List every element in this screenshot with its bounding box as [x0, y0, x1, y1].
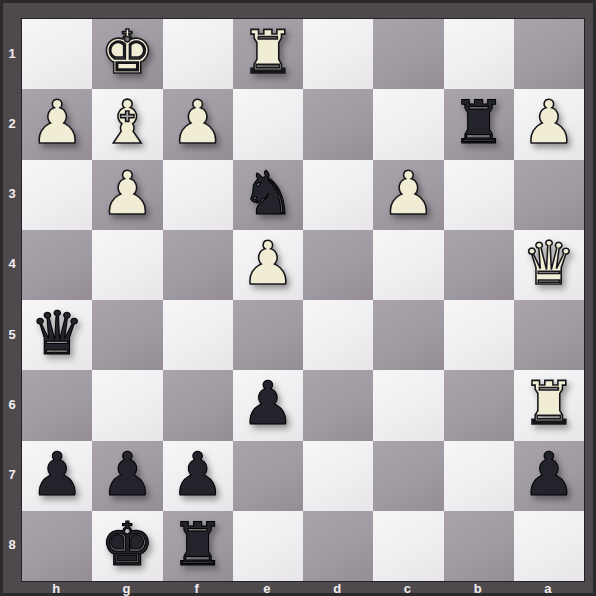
square-c1[interactable]: [373, 19, 443, 89]
rank-labels: 12345678: [3, 18, 21, 580]
black-pawn[interactable]: ♟: [522, 444, 576, 504]
black-king[interactable]: ♚: [100, 514, 154, 574]
chess-board: ♚♜♟♝♟♜♟♟♞♟♟♛♛♟♜♟♟♟♟♚♜: [21, 18, 585, 582]
square-c7[interactable]: [373, 441, 443, 511]
rank-label-7: 7: [3, 440, 21, 510]
square-f6[interactable]: [163, 370, 233, 440]
square-h2[interactable]: ♟: [22, 89, 92, 159]
black-pawn[interactable]: ♟: [171, 444, 225, 504]
file-label-d: d: [302, 580, 372, 596]
square-c6[interactable]: [373, 370, 443, 440]
square-d7[interactable]: [303, 441, 373, 511]
square-b8[interactable]: [444, 511, 514, 581]
square-g8[interactable]: ♚: [92, 511, 162, 581]
white-bishop[interactable]: ♝: [100, 92, 154, 152]
square-g7[interactable]: ♟: [92, 441, 162, 511]
rank-label-3: 3: [3, 159, 21, 229]
file-label-h: h: [21, 580, 91, 596]
square-e3[interactable]: ♞: [233, 160, 303, 230]
square-g6[interactable]: [92, 370, 162, 440]
square-a1[interactable]: [514, 19, 584, 89]
square-e1[interactable]: ♜: [233, 19, 303, 89]
rank-label-5: 5: [3, 299, 21, 369]
square-d4[interactable]: [303, 230, 373, 300]
file-label-c: c: [372, 580, 442, 596]
square-b3[interactable]: [444, 160, 514, 230]
square-b4[interactable]: [444, 230, 514, 300]
square-a4[interactable]: ♛: [514, 230, 584, 300]
square-d8[interactable]: [303, 511, 373, 581]
square-c2[interactable]: [373, 89, 443, 159]
square-e6[interactable]: ♟: [233, 370, 303, 440]
square-f7[interactable]: ♟: [163, 441, 233, 511]
square-c5[interactable]: [373, 300, 443, 370]
square-f1[interactable]: [163, 19, 233, 89]
square-b7[interactable]: [444, 441, 514, 511]
white-pawn[interactable]: ♟: [241, 233, 295, 293]
square-f2[interactable]: ♟: [163, 89, 233, 159]
square-g3[interactable]: ♟: [92, 160, 162, 230]
white-pawn[interactable]: ♟: [171, 92, 225, 152]
square-c4[interactable]: [373, 230, 443, 300]
square-g1[interactable]: ♚: [92, 19, 162, 89]
file-label-a: a: [513, 580, 583, 596]
square-h6[interactable]: [22, 370, 92, 440]
file-label-b: b: [443, 580, 513, 596]
square-a6[interactable]: ♜: [514, 370, 584, 440]
board-frame: 12345678 ♚♜♟♝♟♜♟♟♞♟♟♛♛♟♜♟♟♟♟♚♜ hgfedcba: [0, 0, 596, 596]
rank-label-6: 6: [3, 369, 21, 439]
square-e2[interactable]: [233, 89, 303, 159]
square-h7[interactable]: ♟: [22, 441, 92, 511]
rank-label-2: 2: [3, 88, 21, 158]
white-rook[interactable]: ♜: [241, 22, 295, 82]
square-b6[interactable]: [444, 370, 514, 440]
white-king[interactable]: ♚: [100, 22, 154, 82]
square-h8[interactable]: [22, 511, 92, 581]
black-pawn[interactable]: ♟: [241, 373, 295, 433]
square-d3[interactable]: [303, 160, 373, 230]
square-g5[interactable]: [92, 300, 162, 370]
file-label-f: f: [162, 580, 232, 596]
square-d2[interactable]: [303, 89, 373, 159]
square-f5[interactable]: [163, 300, 233, 370]
square-b5[interactable]: [444, 300, 514, 370]
square-e7[interactable]: [233, 441, 303, 511]
white-pawn[interactable]: ♟: [30, 92, 84, 152]
black-rook[interactable]: ♜: [452, 92, 506, 152]
rank-label-1: 1: [3, 18, 21, 88]
square-a3[interactable]: [514, 160, 584, 230]
black-pawn[interactable]: ♟: [30, 444, 84, 504]
white-pawn[interactable]: ♟: [100, 163, 154, 223]
black-pawn[interactable]: ♟: [100, 444, 154, 504]
square-f3[interactable]: [163, 160, 233, 230]
square-f4[interactable]: [163, 230, 233, 300]
square-a8[interactable]: [514, 511, 584, 581]
square-e5[interactable]: [233, 300, 303, 370]
square-f8[interactable]: ♜: [163, 511, 233, 581]
square-h3[interactable]: [22, 160, 92, 230]
square-e4[interactable]: ♟: [233, 230, 303, 300]
black-queen[interactable]: ♛: [30, 303, 84, 363]
square-b2[interactable]: ♜: [444, 89, 514, 159]
black-rook[interactable]: ♜: [171, 514, 225, 574]
square-b1[interactable]: [444, 19, 514, 89]
square-c8[interactable]: [373, 511, 443, 581]
square-e8[interactable]: [233, 511, 303, 581]
square-a7[interactable]: ♟: [514, 441, 584, 511]
square-g4[interactable]: [92, 230, 162, 300]
rank-label-8: 8: [3, 510, 21, 580]
square-h1[interactable]: [22, 19, 92, 89]
square-d5[interactable]: [303, 300, 373, 370]
square-g2[interactable]: ♝: [92, 89, 162, 159]
file-label-g: g: [91, 580, 161, 596]
white-pawn[interactable]: ♟: [522, 92, 576, 152]
white-queen[interactable]: ♛: [522, 233, 576, 293]
square-d1[interactable]: [303, 19, 373, 89]
file-label-e: e: [232, 580, 302, 596]
file-labels: hgfedcba: [21, 580, 583, 596]
square-a2[interactable]: ♟: [514, 89, 584, 159]
square-d6[interactable]: [303, 370, 373, 440]
square-c3[interactable]: ♟: [373, 160, 443, 230]
black-knight[interactable]: ♞: [241, 163, 295, 223]
square-h4[interactable]: [22, 230, 92, 300]
white-rook[interactable]: ♜: [522, 373, 576, 433]
square-h5[interactable]: ♛: [22, 300, 92, 370]
white-pawn[interactable]: ♟: [381, 163, 435, 223]
rank-label-4: 4: [3, 229, 21, 299]
square-a5[interactable]: [514, 300, 584, 370]
